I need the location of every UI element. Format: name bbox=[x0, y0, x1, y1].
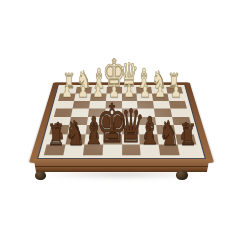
square bbox=[122, 125, 140, 134]
square bbox=[56, 101, 74, 109]
square bbox=[174, 125, 194, 134]
square bbox=[67, 125, 86, 134]
square bbox=[72, 101, 89, 109]
square bbox=[138, 117, 156, 126]
square bbox=[178, 145, 200, 156]
chess-board bbox=[29, 82, 214, 162]
square bbox=[122, 87, 137, 94]
square bbox=[122, 145, 141, 156]
square bbox=[136, 87, 152, 94]
square bbox=[89, 101, 106, 109]
square bbox=[54, 108, 72, 116]
fold-seam-line bbox=[35, 166, 209, 167]
square bbox=[83, 145, 103, 156]
square bbox=[122, 117, 139, 126]
square bbox=[122, 93, 138, 100]
square bbox=[52, 117, 71, 126]
square bbox=[122, 108, 139, 116]
board-grid bbox=[44, 87, 199, 156]
square bbox=[91, 87, 107, 94]
square bbox=[58, 93, 75, 100]
square bbox=[152, 93, 169, 100]
square bbox=[140, 135, 159, 145]
square bbox=[137, 93, 153, 100]
square bbox=[106, 87, 121, 94]
square bbox=[90, 93, 106, 100]
square bbox=[159, 145, 180, 156]
square bbox=[84, 135, 103, 145]
square bbox=[137, 101, 154, 109]
square bbox=[138, 108, 155, 116]
square bbox=[75, 87, 91, 94]
square bbox=[60, 87, 77, 94]
square bbox=[153, 101, 170, 109]
square bbox=[122, 101, 138, 109]
square bbox=[140, 145, 160, 156]
square bbox=[155, 117, 174, 126]
square bbox=[156, 125, 175, 134]
square bbox=[74, 93, 91, 100]
square bbox=[88, 108, 105, 116]
square bbox=[105, 108, 122, 116]
square bbox=[171, 108, 189, 116]
square bbox=[166, 87, 183, 94]
latch-knob-left bbox=[35, 171, 46, 180]
square bbox=[103, 125, 121, 134]
square bbox=[106, 93, 122, 100]
square bbox=[71, 108, 89, 116]
square bbox=[44, 145, 66, 156]
square bbox=[102, 145, 121, 156]
square bbox=[176, 135, 197, 145]
square bbox=[172, 117, 191, 126]
square bbox=[103, 135, 122, 145]
square bbox=[87, 117, 105, 126]
square bbox=[65, 135, 85, 145]
square bbox=[85, 125, 104, 134]
square bbox=[154, 108, 172, 116]
square bbox=[139, 125, 158, 134]
square bbox=[151, 87, 167, 94]
square bbox=[47, 135, 68, 145]
square bbox=[104, 117, 121, 126]
chess-set-photo: ♜♞♝♚♛♝♞♜♟♟♟♟♟♟♟♟♟♟♟♟♟♟♟♟♜♞♝♚♛♝♞♜ bbox=[0, 0, 235, 235]
square bbox=[169, 101, 187, 109]
square bbox=[63, 145, 84, 156]
square bbox=[49, 125, 69, 134]
square bbox=[122, 135, 141, 145]
latch-knob-right bbox=[176, 170, 188, 180]
square bbox=[158, 135, 178, 145]
square bbox=[69, 117, 88, 126]
square bbox=[168, 93, 185, 100]
square bbox=[105, 101, 121, 109]
